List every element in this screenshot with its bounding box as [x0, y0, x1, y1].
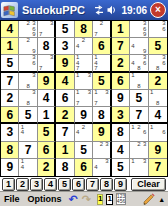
titlebar: SudokuPPC 19:06 ×	[0, 0, 168, 20]
filled-digit: 9	[112, 90, 129, 106]
pencil-marks: 137	[75, 90, 92, 106]
cell-r4c5[interactable]: 13	[75, 73, 93, 90]
cell-r4c2[interactable]: 38	[19, 73, 37, 90]
cell-r5c2[interactable]: 38	[19, 90, 37, 107]
cell-r1c2[interactable]: 2369	[19, 21, 37, 38]
given-digit: 1	[56, 142, 73, 158]
given-digit: 4	[1, 21, 18, 37]
cell-r7c6[interactable]: 9	[93, 124, 111, 141]
cell-r9c3[interactable]: 2	[38, 159, 56, 176]
filled-digit: 7	[56, 124, 73, 140]
close-icon[interactable]: ×	[150, 2, 166, 18]
pencil-marks: 14	[19, 124, 36, 140]
given-digit: 6	[38, 142, 54, 158]
cell-r5c8[interactable]: 5	[130, 90, 148, 107]
filled-digit: 5	[130, 90, 147, 106]
cell-r2c3[interactable]: 8	[38, 38, 56, 55]
cell-r6c6[interactable]: 8	[93, 107, 111, 124]
given-digit: 6	[112, 73, 129, 89]
cell-r3c3[interactable]: 37	[38, 55, 56, 72]
given-digit: 5	[93, 73, 109, 89]
cell-r6c3[interactable]: 1	[38, 107, 56, 124]
cell-r4c4[interactable]: 4	[56, 73, 74, 90]
sudoku-app: SudokuPPC 19:06 × 4236937582713693612983…	[0, 0, 168, 206]
cell-r9c4[interactable]: 8	[56, 159, 74, 176]
given-digit: 2	[56, 107, 73, 122]
given-digit: 9	[38, 73, 54, 89]
cell-r6c1[interactable]: 6	[1, 107, 19, 124]
cell-r9c2[interactable]: 14	[19, 159, 37, 176]
cell-r2c9[interactable]: 5	[149, 38, 167, 55]
pencil-marks: 16	[149, 124, 167, 140]
filled-digit: 6	[56, 90, 73, 106]
given-digit: 6	[75, 159, 92, 176]
given-digit: 9	[56, 55, 73, 70]
given-digit: 2	[149, 73, 167, 89]
cell-r2c5[interactable]: 24	[75, 38, 93, 55]
marks-bottom-label: 456	[117, 199, 125, 204]
given-digit: 6	[93, 38, 109, 54]
cell-r6c7[interactable]: 3	[112, 107, 130, 124]
cell-r5c7[interactable]: 9	[112, 90, 130, 107]
given-digit: 7	[112, 38, 129, 54]
pencil-marks: 34	[93, 159, 109, 176]
cell-r3c1[interactable]: 5	[1, 55, 19, 72]
cell-r7c7[interactable]: 8	[112, 124, 130, 141]
cell-r7c9[interactable]: 16	[149, 124, 167, 141]
cell-r2c6[interactable]: 6	[93, 38, 111, 55]
pencil-marks: 37	[38, 21, 54, 37]
given-digit: 6	[1, 107, 18, 122]
given-digit: 2	[112, 55, 129, 70]
filled-digit: 4	[38, 90, 54, 106]
given-digit: 5	[38, 124, 54, 140]
cell-r7c3[interactable]: 5	[38, 124, 56, 141]
pencil-marks: 36	[19, 55, 36, 70]
current-digit-indicator[interactable]: 1	[106, 194, 112, 205]
given-digit: 2	[38, 159, 54, 176]
filled-digit: 5	[112, 159, 129, 176]
given-digit: 9	[149, 142, 167, 158]
filled-digit: 8	[112, 124, 129, 140]
cell-r8c8[interactable]: 23	[130, 142, 148, 159]
cell-r7c2[interactable]: 14	[19, 124, 37, 141]
pencil-marks: 368	[149, 55, 167, 70]
cell-r2c2[interactable]: 29	[19, 38, 37, 55]
filled-digit: 7	[1, 73, 18, 89]
given-digit: 1	[1, 38, 18, 54]
pencil-marks: 23	[130, 142, 147, 158]
pencil-marks: 13	[130, 159, 147, 176]
cell-r4c1[interactable]: 7	[1, 73, 19, 90]
cell-r9c7[interactable]: 5	[112, 159, 130, 176]
pencil-marks: 147	[93, 55, 109, 70]
given-digit: 5	[149, 38, 167, 54]
clock-time: 19:06	[121, 5, 147, 16]
pencil-marks: 23	[93, 142, 109, 158]
menu-file[interactable]: File	[4, 194, 20, 204]
cell-r5c1[interactable]: 2	[1, 90, 19, 107]
menubar: File Options ↶ ↷ 1 1 123 456 ▲	[0, 191, 168, 206]
cell-r5c3[interactable]: 4	[38, 90, 56, 107]
digit-keypad: 123456789 Clear	[2, 178, 166, 191]
filled-digit: 3	[1, 124, 18, 140]
cell-r7c4[interactable]: 7	[56, 124, 74, 141]
digit-button-8[interactable]: 8	[100, 178, 113, 191]
filled-digit: 5	[1, 55, 18, 70]
cell-r5c6[interactable]: 137	[93, 90, 111, 107]
cell-r8c4[interactable]: 1	[56, 142, 74, 159]
cell-r3c2[interactable]: 36	[19, 55, 37, 72]
pencil-marks: 29	[19, 38, 36, 54]
pencil-marks: 147	[75, 55, 92, 70]
redo-icon[interactable]: ↷	[82, 194, 91, 205]
given-digit: 9	[93, 124, 109, 140]
filled-digit: 5	[75, 142, 92, 158]
cell-r4c6[interactable]: 5	[93, 73, 111, 90]
pencil-marks: 49	[130, 38, 147, 54]
cell-r2c8[interactable]: 49	[130, 38, 148, 55]
cell-r9c5[interactable]: 6	[75, 159, 93, 176]
cell-r3c9[interactable]: 368	[149, 55, 167, 72]
candidates-toggle[interactable]: 123 456	[116, 193, 126, 205]
cell-r8c9[interactable]: 9	[149, 142, 167, 159]
cell-r3c7[interactable]: 2	[112, 55, 130, 72]
cell-r9c1[interactable]: 9	[1, 159, 19, 176]
cell-r5c4[interactable]: 6	[56, 90, 74, 107]
cell-r8c2[interactable]: 7	[19, 142, 37, 159]
cell-r7c5[interactable]: 24	[75, 124, 93, 141]
digit-button-3[interactable]: 3	[30, 178, 43, 191]
cell-r4c9[interactable]: 2	[149, 73, 167, 90]
cell-r1c4[interactable]: 5	[56, 21, 74, 38]
pencil-icon[interactable]	[141, 193, 155, 206]
cell-r1c8[interactable]: 369	[130, 21, 148, 38]
cell-r7c8[interactable]: 126	[130, 124, 148, 141]
clear-button[interactable]: Clear	[131, 178, 166, 191]
filled-digit: 5	[19, 107, 36, 122]
cell-r3c4[interactable]: 9	[56, 55, 74, 72]
pencil-marks: 38	[19, 90, 36, 106]
cell-r2c1[interactable]: 1	[1, 38, 19, 55]
pencil-marks: 18	[149, 90, 167, 106]
digit-button-4[interactable]: 4	[44, 178, 57, 191]
speaker-icon[interactable]	[107, 5, 117, 15]
given-digit: 7	[149, 159, 167, 176]
cell-r2c7[interactable]: 7	[112, 38, 130, 55]
cell-r3c8[interactable]: 3468	[130, 55, 148, 72]
menu-options[interactable]: Options	[28, 194, 62, 204]
filled-digit: 9	[1, 159, 18, 176]
app-title: SudokuPPC	[22, 4, 85, 16]
filled-digit: 2	[1, 90, 18, 106]
filled-digit: 4	[112, 142, 129, 158]
cell-r3c6[interactable]: 147	[93, 55, 111, 72]
cell-r3c5[interactable]: 147	[75, 55, 93, 72]
cell-r4c7[interactable]: 6	[112, 73, 130, 90]
windows-logo-icon[interactable]	[1, 2, 18, 18]
cell-r1c3[interactable]: 37	[38, 21, 56, 38]
cell-r9c8[interactable]: 13	[130, 159, 148, 176]
cell-r1c9[interactable]: 36	[149, 21, 167, 38]
pencil-marks: 38	[19, 73, 36, 89]
digit-button-2[interactable]: 2	[16, 178, 29, 191]
cell-r4c3[interactable]: 9	[38, 73, 56, 90]
filled-digit: 3	[56, 38, 73, 54]
pencil-marks: 13	[75, 73, 92, 89]
pencil-marks: 24	[75, 124, 92, 140]
pencil-digit-toggle[interactable]: 1	[97, 194, 103, 205]
pencil-marks: 3468	[130, 55, 147, 70]
cell-r1c6[interactable]: 27	[93, 21, 111, 38]
sudoku-board: 4236937582713693612983246749553637914714…	[0, 20, 168, 177]
cell-r4c8[interactable]: 18	[130, 73, 148, 90]
pencil-marks: 36	[149, 21, 167, 37]
cell-r8c5[interactable]: 5	[75, 142, 93, 159]
pencil-marks: 369	[130, 21, 147, 37]
pencil-marks: 27	[93, 21, 109, 37]
cell-r1c1[interactable]: 4	[1, 21, 19, 38]
cell-r9c9[interactable]: 7	[149, 159, 167, 176]
cell-r8c7[interactable]: 4	[112, 142, 130, 159]
filled-digit: 5	[56, 21, 73, 37]
given-digit: 8	[1, 142, 18, 158]
cell-r8c6[interactable]: 23	[93, 142, 111, 159]
digit-button-6[interactable]: 6	[72, 178, 85, 191]
given-digit: 3	[112, 107, 129, 122]
digit-button-1[interactable]: 1	[2, 178, 15, 191]
cell-r6c4[interactable]: 2	[56, 107, 74, 124]
cell-r9c6[interactable]: 34	[93, 159, 111, 176]
sip-up-icon[interactable]: ▲	[158, 196, 165, 203]
cell-r1c7[interactable]: 1	[112, 21, 130, 38]
filled-digit: 4	[149, 107, 167, 122]
filled-digit: 7	[130, 107, 147, 122]
digit-button-5[interactable]: 5	[58, 178, 71, 191]
digit-buttons: 123456789	[2, 178, 128, 191]
pencil-marks: 37	[38, 55, 54, 70]
pencil-marks: 14	[19, 159, 36, 176]
cell-r2c4[interactable]: 3	[56, 38, 74, 55]
cell-r8c3[interactable]: 6	[38, 142, 56, 159]
undo-icon[interactable]: ↶	[69, 194, 78, 205]
filled-digit: 1	[38, 107, 54, 122]
given-digit: 4	[56, 73, 73, 89]
filled-digit: 8	[93, 107, 109, 122]
cell-r6c9[interactable]: 4	[149, 107, 167, 124]
cell-r1c5[interactable]: 8	[75, 21, 93, 38]
filled-digit: 8	[38, 38, 54, 54]
pencil-marks: 137	[93, 90, 109, 106]
cell-r6c5[interactable]: 9	[75, 107, 93, 124]
cell-r7c1[interactable]: 3	[1, 124, 19, 141]
filled-digit: 8	[56, 159, 73, 176]
given-digit: 1	[112, 21, 129, 37]
pencil-marks: 18	[130, 73, 147, 89]
filled-digit: 9	[75, 107, 92, 122]
cell-r8c1[interactable]: 8	[1, 142, 19, 159]
cell-r5c9[interactable]: 18	[149, 90, 167, 107]
connectivity-icon[interactable]	[94, 5, 104, 15]
cell-r6c2[interactable]: 5	[19, 107, 37, 124]
digit-button-9[interactable]: 9	[114, 178, 127, 191]
pencil-marks: 2369	[19, 21, 36, 37]
given-digit: 8	[75, 21, 92, 37]
filled-digit: 7	[19, 142, 36, 158]
cell-r5c5[interactable]: 137	[75, 90, 93, 107]
cell-r6c8[interactable]: 7	[130, 107, 148, 124]
digit-button-7[interactable]: 7	[86, 178, 99, 191]
pencil-marks: 126	[130, 124, 147, 140]
pencil-marks: 24	[75, 38, 92, 54]
